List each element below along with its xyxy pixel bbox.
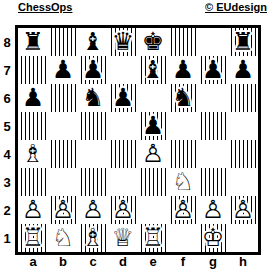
square-d7: [108, 56, 138, 84]
rank-label-8: 8: [0, 28, 14, 56]
square-b1: ♘: [48, 224, 78, 252]
white-bishop-a4: ♗: [22, 140, 44, 168]
rank-label-5: 5: [0, 112, 14, 140]
black-bishop-e7: ♝: [142, 56, 164, 84]
square-h4: [228, 140, 258, 168]
square-d5: [108, 112, 138, 140]
white-pawn-g2: ♙: [202, 196, 224, 224]
square-b3: [48, 168, 78, 196]
square-h8: ♜: [228, 28, 258, 56]
file-label-b: b: [48, 254, 78, 269]
square-g2: ♙: [198, 196, 228, 224]
square-h5: [228, 112, 258, 140]
square-c4: [78, 140, 108, 168]
white-rook-e1: ♖: [142, 224, 164, 252]
square-f3: ♘: [168, 168, 198, 196]
chessops-link[interactable]: ChessOps: [18, 1, 72, 14]
square-a3: [18, 168, 48, 196]
square-e7: ♝: [138, 56, 168, 84]
white-pawn-d2: ♙: [112, 196, 134, 224]
square-d8: ♛: [108, 28, 138, 56]
white-knight-b1: ♘: [52, 224, 74, 252]
square-e6: [138, 84, 168, 112]
square-c8: ♝: [78, 28, 108, 56]
black-queen-d8: ♛: [112, 28, 134, 56]
square-g4: [198, 140, 228, 168]
black-rook-h8: ♜: [232, 28, 254, 56]
square-b5: [48, 112, 78, 140]
black-pawn-b7: ♟: [52, 56, 74, 84]
square-a6: ♟: [18, 84, 48, 112]
square-f4: [168, 140, 198, 168]
square-c5: [78, 112, 108, 140]
rank-labels: 87654321: [0, 28, 14, 252]
square-d4: [108, 140, 138, 168]
square-g1: ♔: [198, 224, 228, 252]
square-f2: ♙: [168, 196, 198, 224]
file-label-e: e: [138, 254, 168, 269]
square-b8: [48, 28, 78, 56]
square-f8: [168, 28, 198, 56]
black-knight-c6: ♞: [82, 84, 104, 112]
rank-label-7: 7: [0, 56, 14, 84]
rank-label-1: 1: [0, 224, 14, 252]
square-g6: [198, 84, 228, 112]
square-h6: [228, 84, 258, 112]
square-d2: ♙: [108, 196, 138, 224]
square-b7: ♟: [48, 56, 78, 84]
file-label-c: c: [78, 254, 108, 269]
square-d3: [108, 168, 138, 196]
chess-board: ♜♝♛♚♜♟♟♝♟♟♟♟♞♟♞♟♗♙♘♙♙♙♙♙♙♙♖♘♗♕♖♔: [15, 25, 261, 255]
white-rook-a1: ♖: [22, 224, 44, 252]
black-pawn-e5: ♟: [142, 112, 164, 140]
square-h1: [228, 224, 258, 252]
white-pawn-a2: ♙: [22, 196, 44, 224]
black-knight-f6: ♞: [172, 84, 194, 112]
square-h2: ♙: [228, 196, 258, 224]
file-label-g: g: [198, 254, 228, 269]
white-bishop-c1: ♗: [82, 224, 104, 252]
square-d1: ♕: [108, 224, 138, 252]
square-b4: [48, 140, 78, 168]
square-f7: ♟: [168, 56, 198, 84]
white-knight-f3: ♘: [172, 168, 194, 196]
square-e4: ♙: [138, 140, 168, 168]
black-pawn-h7: ♟: [232, 56, 254, 84]
square-e1: ♖: [138, 224, 168, 252]
square-a2: ♙: [18, 196, 48, 224]
square-a1: ♖: [18, 224, 48, 252]
square-g7: ♟: [198, 56, 228, 84]
square-b6: [48, 84, 78, 112]
square-f5: [168, 112, 198, 140]
square-c2: ♙: [78, 196, 108, 224]
square-e2: [138, 196, 168, 224]
white-pawn-c2: ♙: [82, 196, 104, 224]
black-bishop-c8: ♝: [82, 28, 104, 56]
square-c6: ♞: [78, 84, 108, 112]
black-pawn-f7: ♟: [172, 56, 194, 84]
white-pawn-e4: ♙: [142, 140, 164, 168]
square-a8: ♜: [18, 28, 48, 56]
rank-label-3: 3: [0, 168, 14, 196]
square-e5: ♟: [138, 112, 168, 140]
file-label-d: d: [108, 254, 138, 269]
black-rook-a8: ♜: [22, 28, 44, 56]
square-c1: ♗: [78, 224, 108, 252]
chessops-diagram-page: ChessOps © EUdesign 87654321 ♜♝♛♚♜♟♟♝♟♟♟…: [0, 0, 270, 270]
square-d6: ♟: [108, 84, 138, 112]
black-pawn-d6: ♟: [112, 84, 134, 112]
white-queen-d1: ♕: [112, 224, 134, 252]
file-label-f: f: [168, 254, 198, 269]
square-a5: [18, 112, 48, 140]
file-label-a: a: [18, 254, 48, 269]
square-g5: [198, 112, 228, 140]
white-pawn-b2: ♙: [52, 196, 74, 224]
black-pawn-g7: ♟: [202, 56, 224, 84]
file-label-h: h: [228, 254, 258, 269]
square-f1: [168, 224, 198, 252]
square-c3: [78, 168, 108, 196]
square-c7: ♟: [78, 56, 108, 84]
white-king-g1: ♔: [202, 224, 224, 252]
white-pawn-f2: ♙: [172, 196, 194, 224]
rank-label-4: 4: [0, 140, 14, 168]
square-g8: [198, 28, 228, 56]
square-f6: ♞: [168, 84, 198, 112]
square-a4: ♗: [18, 140, 48, 168]
square-e8: ♚: [138, 28, 168, 56]
file-labels: abcdefgh: [18, 254, 258, 269]
white-pawn-h2: ♙: [232, 196, 254, 224]
eudesign-credit-link[interactable]: © EUdesign: [205, 1, 267, 14]
black-pawn-a6: ♟: [22, 84, 44, 112]
black-king-e8: ♚: [142, 28, 164, 56]
black-pawn-c7: ♟: [82, 56, 104, 84]
square-b2: ♙: [48, 196, 78, 224]
square-e3: [138, 168, 168, 196]
square-h3: [228, 168, 258, 196]
rank-label-6: 6: [0, 84, 14, 112]
square-h7: ♟: [228, 56, 258, 84]
square-g3: [198, 168, 228, 196]
square-a7: [18, 56, 48, 84]
rank-label-2: 2: [0, 196, 14, 224]
